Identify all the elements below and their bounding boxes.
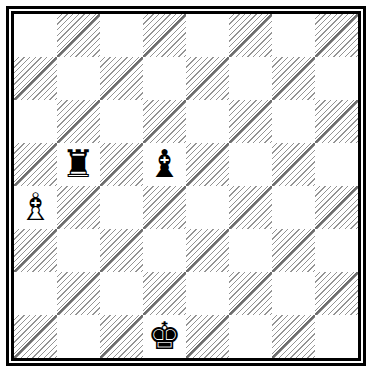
square-h8[interactable] (315, 14, 358, 57)
square-e7[interactable] (186, 57, 229, 100)
piece-black-king[interactable]: ♚ (147, 315, 181, 358)
square-b3[interactable] (57, 229, 100, 272)
square-c2[interactable] (100, 272, 143, 315)
square-h4[interactable] (315, 186, 358, 229)
square-h2[interactable] (315, 272, 358, 315)
square-e8[interactable] (186, 14, 229, 57)
square-b7[interactable] (57, 57, 100, 100)
square-a6[interactable] (14, 100, 57, 143)
square-c4[interactable] (100, 186, 143, 229)
square-h5[interactable] (315, 143, 358, 186)
square-a3[interactable] (14, 229, 57, 272)
square-e5[interactable] (186, 143, 229, 186)
square-g6[interactable] (272, 100, 315, 143)
square-a1[interactable] (14, 315, 57, 358)
square-a5[interactable] (14, 143, 57, 186)
square-c3[interactable] (100, 229, 143, 272)
board: ♜♝♗♚ (14, 14, 358, 358)
square-g8[interactable] (272, 14, 315, 57)
square-e6[interactable] (186, 100, 229, 143)
square-b8[interactable] (57, 14, 100, 57)
square-d2[interactable] (143, 272, 186, 315)
piece-black-rook[interactable]: ♜ (61, 143, 95, 186)
square-d1[interactable]: ♚ (143, 315, 186, 358)
square-h6[interactable] (315, 100, 358, 143)
square-b5[interactable]: ♜ (57, 143, 100, 186)
page: ♜♝♗♚ (0, 0, 377, 383)
square-g1[interactable] (272, 315, 315, 358)
square-c1[interactable] (100, 315, 143, 358)
square-e4[interactable] (186, 186, 229, 229)
square-d4[interactable] (143, 186, 186, 229)
square-c8[interactable] (100, 14, 143, 57)
square-d5[interactable]: ♝ (143, 143, 186, 186)
square-e1[interactable] (186, 315, 229, 358)
square-f4[interactable] (229, 186, 272, 229)
square-g2[interactable] (272, 272, 315, 315)
square-b1[interactable] (57, 315, 100, 358)
square-d7[interactable] (143, 57, 186, 100)
square-h7[interactable] (315, 57, 358, 100)
square-e2[interactable] (186, 272, 229, 315)
square-f8[interactable] (229, 14, 272, 57)
square-f2[interactable] (229, 272, 272, 315)
square-a4[interactable]: ♗ (14, 186, 57, 229)
square-g4[interactable] (272, 186, 315, 229)
square-a2[interactable] (14, 272, 57, 315)
piece-white-bishop[interactable]: ♗ (18, 186, 52, 229)
square-h1[interactable] (315, 315, 358, 358)
square-g3[interactable] (272, 229, 315, 272)
square-f1[interactable] (229, 315, 272, 358)
square-a8[interactable] (14, 14, 57, 57)
square-h3[interactable] (315, 229, 358, 272)
square-d3[interactable] (143, 229, 186, 272)
square-f6[interactable] (229, 100, 272, 143)
square-b6[interactable] (57, 100, 100, 143)
board-frame-inner: ♜♝♗♚ (11, 11, 361, 361)
square-f3[interactable] (229, 229, 272, 272)
square-f5[interactable] (229, 143, 272, 186)
piece-black-bishop[interactable]: ♝ (147, 143, 181, 186)
square-b2[interactable] (57, 272, 100, 315)
square-c5[interactable] (100, 143, 143, 186)
square-e3[interactable] (186, 229, 229, 272)
square-c7[interactable] (100, 57, 143, 100)
square-c6[interactable] (100, 100, 143, 143)
square-d8[interactable] (143, 14, 186, 57)
square-g5[interactable] (272, 143, 315, 186)
square-f7[interactable] (229, 57, 272, 100)
square-g7[interactable] (272, 57, 315, 100)
square-a7[interactable] (14, 57, 57, 100)
square-b4[interactable] (57, 186, 100, 229)
board-frame-outer: ♜♝♗♚ (6, 6, 366, 366)
square-d6[interactable] (143, 100, 186, 143)
